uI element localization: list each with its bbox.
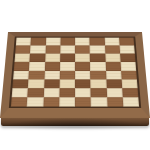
square-h6 — [120, 54, 136, 62]
square-b8 — [31, 38, 46, 46]
square-f2 — [91, 88, 107, 97]
square-e7 — [75, 46, 90, 54]
square-d6 — [60, 54, 75, 62]
square-a8 — [16, 38, 31, 46]
square-e8 — [75, 38, 90, 46]
square-h8 — [119, 38, 134, 46]
square-c1 — [43, 97, 59, 106]
square-g5 — [105, 62, 121, 71]
square-a4 — [13, 71, 29, 80]
square-c4 — [44, 71, 60, 80]
square-h7 — [119, 46, 134, 54]
board-perspective-wrap — [0, 0, 150, 118]
square-c3 — [44, 79, 60, 88]
square-g8 — [104, 38, 119, 46]
square-d3 — [59, 79, 75, 88]
square-b3 — [28, 79, 44, 88]
square-d1 — [59, 97, 75, 106]
square-h4 — [121, 71, 137, 80]
square-e2 — [75, 88, 91, 97]
square-g4 — [106, 71, 122, 80]
square-b1 — [27, 97, 43, 106]
square-f7 — [90, 46, 105, 54]
square-e3 — [75, 79, 91, 88]
square-d4 — [60, 71, 75, 80]
square-g1 — [107, 97, 123, 106]
square-f4 — [90, 71, 106, 80]
square-f1 — [91, 97, 107, 106]
square-e4 — [75, 71, 90, 80]
square-e1 — [75, 97, 91, 106]
square-f3 — [90, 79, 106, 88]
square-b5 — [29, 62, 45, 71]
square-b4 — [29, 71, 45, 80]
square-e5 — [75, 62, 90, 71]
square-g2 — [106, 88, 122, 97]
square-c6 — [45, 54, 60, 62]
square-c8 — [45, 38, 60, 46]
square-h1 — [122, 97, 139, 106]
square-a7 — [15, 46, 30, 54]
square-c5 — [44, 62, 59, 71]
board-shadow — [6, 126, 144, 130]
square-g3 — [106, 79, 122, 88]
square-d8 — [60, 38, 75, 46]
chessboard-photo — [0, 0, 150, 150]
square-a3 — [12, 79, 28, 88]
square-a6 — [15, 54, 31, 62]
square-a1 — [11, 97, 28, 106]
square-f5 — [90, 62, 105, 71]
board-side-edge — [1, 118, 149, 126]
board-grid — [9, 37, 141, 108]
square-a5 — [14, 62, 30, 71]
square-d5 — [60, 62, 75, 71]
square-h2 — [122, 88, 138, 97]
square-h3 — [121, 79, 137, 88]
square-g6 — [105, 54, 120, 62]
square-b6 — [30, 54, 45, 62]
square-d7 — [60, 46, 75, 54]
chess-board-frame — [0, 32, 150, 118]
square-f8 — [90, 38, 105, 46]
square-b7 — [30, 46, 45, 54]
square-e6 — [75, 54, 90, 62]
square-g7 — [105, 46, 120, 54]
square-c7 — [45, 46, 60, 54]
square-h5 — [120, 62, 136, 71]
square-a2 — [12, 88, 28, 97]
square-c2 — [43, 88, 59, 97]
square-b2 — [28, 88, 44, 97]
square-d2 — [59, 88, 75, 97]
square-f6 — [90, 54, 105, 62]
